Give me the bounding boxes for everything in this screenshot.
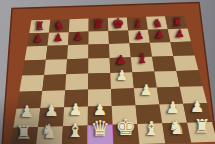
white-pawn-h2[interactable]: ♟ xyxy=(190,99,204,115)
black-queen-d8[interactable]: ♛ xyxy=(93,18,105,31)
white-knight-b1[interactable]: ♞ xyxy=(41,122,58,142)
white-bishop-f1[interactable]: ♝ xyxy=(143,119,160,139)
black-pawn-c7[interactable]: ♟ xyxy=(74,31,83,42)
white-queen-d1[interactable]: ♛ xyxy=(91,118,111,140)
white-pawn-g2[interactable]: ♟ xyxy=(166,99,180,115)
white-king-e1[interactable]: ♚ xyxy=(116,116,137,139)
square-g5[interactable] xyxy=(152,56,176,72)
white-pawn-b2[interactable]: ♟ xyxy=(44,103,58,119)
white-bishop-c1[interactable]: ♝ xyxy=(66,121,83,141)
square-g6[interactable] xyxy=(150,42,173,57)
square-b5[interactable] xyxy=(44,59,67,75)
square-c6[interactable] xyxy=(67,45,88,60)
white-pawn-c2[interactable]: ♟ xyxy=(68,102,82,118)
white-pawn-a2[interactable]: ♟ xyxy=(20,104,34,120)
square-d5[interactable] xyxy=(88,58,110,74)
black-pawn-a7[interactable]: ♟ xyxy=(33,32,42,43)
white-pawn-e4[interactable]: ♟ xyxy=(116,68,128,82)
square-c5[interactable] xyxy=(66,59,88,75)
square-a4[interactable] xyxy=(19,75,44,92)
square-h4[interactable] xyxy=(176,70,202,87)
white-pawn-f3[interactable]: ♟ xyxy=(140,83,153,98)
white-rook-a1[interactable]: ♜ xyxy=(15,122,32,142)
square-b6[interactable] xyxy=(46,45,68,60)
black-pawn-f7[interactable]: ♟ xyxy=(134,29,143,40)
square-h5[interactable] xyxy=(173,55,198,71)
square-a5[interactable] xyxy=(22,60,46,76)
square-e3[interactable] xyxy=(111,88,136,106)
square-c4[interactable] xyxy=(65,74,88,91)
black-bishop-f5[interactable]: ♝ xyxy=(136,52,148,65)
chess-app-window: ♜♞♛♚♝♞♜♟♟♟♟♟♟♟♝♟♟♟♟♟♟♟♟♜♞♝♛♚♝♞♜ xyxy=(0,0,215,144)
square-d6[interactable] xyxy=(88,44,109,59)
black-pawn-b7[interactable]: ♟ xyxy=(53,32,62,43)
black-pawn-h7[interactable]: ♟ xyxy=(175,28,184,39)
black-pawn-e5[interactable]: ♟ xyxy=(115,54,126,66)
square-a6[interactable] xyxy=(25,46,48,61)
black-pawn-g7[interactable]: ♟ xyxy=(155,29,164,40)
square-h6[interactable] xyxy=(170,42,194,57)
black-king-e8[interactable]: ♚ xyxy=(112,17,124,31)
white-rook-h1[interactable]: ♜ xyxy=(194,117,211,137)
square-d7[interactable] xyxy=(88,31,108,45)
square-e7[interactable] xyxy=(108,30,129,44)
square-d4[interactable] xyxy=(88,73,111,90)
square-b4[interactable] xyxy=(42,74,66,91)
square-g4[interactable] xyxy=(154,71,179,88)
white-knight-g1[interactable]: ♞ xyxy=(168,118,185,138)
